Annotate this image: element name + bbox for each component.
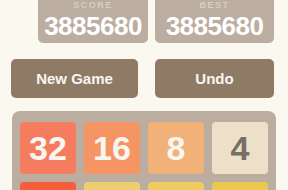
score-value: 3885680 bbox=[38, 13, 148, 39]
score-box: SCORE 3885680 bbox=[38, 0, 148, 43]
undo-button[interactable]: Undo bbox=[155, 59, 274, 98]
tile-32: 32 bbox=[20, 122, 76, 174]
best-label: BEST bbox=[155, 1, 274, 10]
tile-16: 16 bbox=[84, 122, 140, 174]
tile-8: 8 bbox=[148, 122, 204, 174]
best-value: 3885680 bbox=[155, 13, 274, 39]
best-box: BEST 3885680 bbox=[155, 0, 274, 43]
tile-grid: 32 16 8 4 64 128 256 512 bbox=[20, 122, 268, 190]
new-game-button[interactable]: New Game bbox=[11, 59, 138, 98]
score-label: SCORE bbox=[38, 1, 148, 10]
tile-4: 4 bbox=[212, 122, 268, 174]
app-root: SCORE 3885680 BEST 3885680 New Game Undo… bbox=[0, 0, 288, 190]
tile-64: 64 bbox=[20, 182, 76, 190]
tile-128: 128 bbox=[84, 182, 140, 190]
tile-256: 256 bbox=[148, 182, 204, 190]
tile-512: 512 bbox=[212, 182, 268, 190]
game-board[interactable]: 32 16 8 4 64 128 256 512 bbox=[12, 111, 276, 190]
